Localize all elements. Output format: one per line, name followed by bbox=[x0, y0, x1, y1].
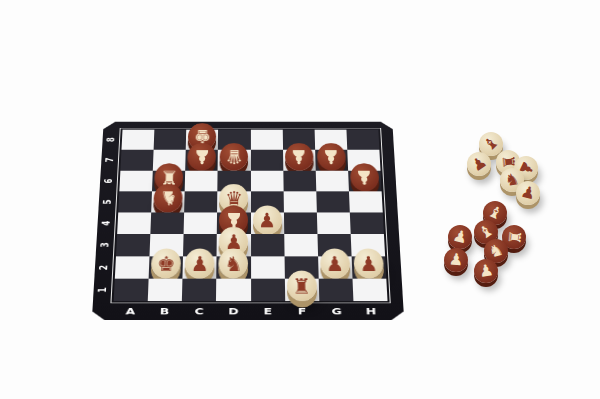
pawn-glyph: ♟ bbox=[290, 147, 308, 166]
square-c4 bbox=[184, 212, 218, 234]
square-e4: ♟ bbox=[250, 212, 283, 234]
rank-label-5: 5 bbox=[91, 197, 125, 206]
square-e6 bbox=[250, 170, 283, 191]
file-label-f: F bbox=[285, 306, 320, 318]
square-b2: ♚ bbox=[149, 256, 184, 278]
piece-white-pawn-h2: ♟ bbox=[353, 249, 384, 279]
square-c2: ♟ bbox=[183, 256, 217, 278]
square-e7 bbox=[250, 150, 283, 171]
rank-label-7: 7 bbox=[94, 156, 127, 165]
square-g6 bbox=[315, 170, 348, 191]
knight-glyph: ♞ bbox=[159, 189, 177, 209]
square-h1 bbox=[352, 278, 387, 301]
pawn-glyph: ♟ bbox=[191, 253, 210, 274]
square-b4 bbox=[150, 212, 184, 234]
square-g7: ♟ bbox=[315, 150, 348, 171]
square-h6: ♟ bbox=[348, 170, 382, 191]
square-f6 bbox=[283, 170, 316, 191]
rank-label-8: 8 bbox=[95, 135, 128, 144]
piece-white-pawn-c2: ♟ bbox=[185, 249, 215, 279]
square-h2: ♟ bbox=[351, 256, 386, 278]
board-play-area: ♚♟♛♟♟♜♟♞♛♟♟♟♚♟♞♟♟♜ bbox=[110, 128, 390, 303]
file-label-g: G bbox=[319, 306, 354, 318]
rook-glyph: ♜ bbox=[292, 276, 311, 297]
square-g1 bbox=[318, 278, 353, 301]
bishop-glyph: ♝ bbox=[480, 133, 501, 154]
square-d1 bbox=[216, 278, 250, 301]
pawn-glyph: ♟ bbox=[478, 262, 495, 280]
queen-glyph: ♛ bbox=[225, 147, 243, 166]
square-d2: ♞ bbox=[217, 256, 251, 278]
square-c6 bbox=[185, 170, 218, 191]
square-c1 bbox=[182, 278, 217, 301]
square-h8 bbox=[346, 130, 379, 150]
pawn-glyph: ♟ bbox=[322, 147, 340, 166]
pawn-glyph: ♟ bbox=[359, 253, 378, 274]
square-e8 bbox=[250, 130, 282, 150]
square-e1 bbox=[251, 278, 285, 301]
pawn-glyph: ♟ bbox=[451, 227, 469, 246]
square-h5 bbox=[349, 191, 383, 212]
piece-white-rook-f1: ♜ bbox=[286, 271, 316, 301]
piece-white-knight-d2: ♞ bbox=[219, 249, 249, 279]
square-f1: ♜ bbox=[284, 278, 319, 301]
file-label-a: A bbox=[113, 306, 148, 318]
board-grid: ♚♟♛♟♟♜♟♞♛♟♟♟♚♟♞♟♟♜ bbox=[114, 130, 388, 302]
knight-glyph: ♞ bbox=[487, 241, 505, 260]
square-f7: ♟ bbox=[283, 150, 316, 171]
square-f5 bbox=[283, 191, 316, 212]
rank-label-2: 2 bbox=[87, 263, 121, 272]
board-frame: ♚♟♛♟♟♜♟♞♛♟♟♟♚♟♞♟♟♜ ABCDEFGH 87654321 bbox=[92, 122, 404, 320]
square-f4 bbox=[284, 212, 318, 234]
file-label-h: H bbox=[353, 306, 388, 318]
pawn-glyph: ♟ bbox=[469, 153, 490, 174]
square-g5 bbox=[316, 191, 350, 212]
knight-glyph: ♞ bbox=[224, 253, 242, 274]
rook-glyph: ♜ bbox=[505, 229, 522, 245]
square-d7: ♛ bbox=[218, 150, 251, 171]
piece-white-king-b2: ♚ bbox=[151, 249, 181, 279]
pawn-glyph: ♟ bbox=[193, 147, 211, 166]
spare-dark-pawn-6: ♟ bbox=[444, 248, 468, 272]
square-b1 bbox=[148, 278, 183, 301]
spare-dark-pawn-3: ♟ bbox=[448, 225, 472, 249]
square-e2 bbox=[251, 256, 285, 278]
rank-label-4: 4 bbox=[90, 219, 124, 228]
piece-dark-pawn-c7: ♟ bbox=[187, 143, 216, 171]
file-label-d: D bbox=[216, 306, 250, 318]
square-c5 bbox=[184, 191, 217, 212]
king-glyph: ♚ bbox=[157, 253, 176, 274]
file-labels: ABCDEFGH bbox=[113, 306, 389, 318]
pawn-glyph: ♟ bbox=[355, 168, 374, 187]
square-h4 bbox=[350, 212, 384, 234]
pawn-glyph: ♟ bbox=[325, 253, 344, 274]
file-label-c: C bbox=[182, 306, 217, 318]
rank-label-3: 3 bbox=[88, 240, 122, 249]
spare-dark-pawn-7: ♟ bbox=[474, 259, 498, 283]
pawn-glyph: ♟ bbox=[258, 210, 276, 230]
piece-dark-pawn-h6: ♟ bbox=[350, 163, 380, 191]
piece-white-pawn-g2: ♟ bbox=[320, 249, 351, 279]
pawn-glyph: ♟ bbox=[448, 251, 464, 268]
piece-dark-queen-d7: ♛ bbox=[220, 143, 248, 171]
piece-dark-pawn-g7: ♟ bbox=[317, 143, 346, 171]
square-b8 bbox=[154, 130, 187, 150]
square-f3 bbox=[284, 234, 318, 256]
square-g2: ♟ bbox=[318, 256, 353, 278]
pawn-glyph: ♟ bbox=[519, 183, 537, 202]
piece-dark-knight-b5: ♞ bbox=[153, 184, 183, 212]
piece-white-pawn-e4: ♟ bbox=[253, 205, 282, 234]
piece-dark-pawn-f7: ♟ bbox=[285, 143, 314, 171]
rank-label-1: 1 bbox=[86, 285, 121, 295]
square-b5: ♞ bbox=[151, 191, 185, 212]
spare-white-pawn-6: ♟ bbox=[516, 181, 540, 205]
square-g4 bbox=[317, 212, 351, 234]
file-label-e: E bbox=[251, 306, 285, 318]
chess-board: ♚♟♛♟♟♜♟♞♛♟♟♟♚♟♞♟♟♜ ABCDEFGH 87654321 bbox=[92, 122, 404, 320]
square-e3 bbox=[251, 234, 285, 256]
spare-white-pawn-2: ♟ bbox=[467, 152, 491, 176]
file-label-b: B bbox=[147, 306, 182, 318]
rank-label-6: 6 bbox=[92, 176, 125, 185]
square-c7: ♟ bbox=[185, 150, 218, 171]
